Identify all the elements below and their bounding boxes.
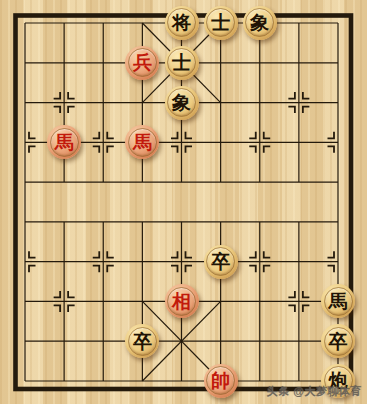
red-soldier-glyph: 兵 [133,53,152,72]
black-elephant-glyph: 象 [172,93,191,112]
piece-black-advisor[interactable]: 士 [165,46,199,80]
black-horse-glyph: 馬 [329,292,348,311]
black-elephant-glyph: 象 [250,13,269,32]
black-general-glyph: 将 [172,13,191,32]
red-horse-glyph: 馬 [133,133,152,152]
watermark-text: 头条 @大梦聊体育 [267,384,362,399]
black-soldier-glyph: 卒 [133,332,152,351]
piece-black-advisor[interactable]: 士 [204,6,238,40]
piece-black-elephant[interactable]: 象 [165,86,199,120]
red-general-glyph: 帥 [211,371,230,390]
piece-black-soldier[interactable]: 卒 [321,324,355,358]
black-advisor-glyph: 士 [211,13,230,32]
piece-black-soldier[interactable]: 卒 [204,245,238,279]
piece-red-general[interactable]: 帥 [204,364,238,398]
piece-red-horse[interactable]: 馬 [125,125,159,159]
piece-black-horse[interactable]: 馬 [321,284,355,318]
piece-red-horse[interactable]: 馬 [47,125,81,159]
piece-black-elephant[interactable]: 象 [243,6,277,40]
black-soldier-glyph: 卒 [211,252,230,271]
piece-grid: 将士象士象卒馬卒卒炮兵馬馬相帥 [5,3,357,401]
piece-red-soldier[interactable]: 兵 [125,46,159,80]
piece-black-soldier[interactable]: 卒 [125,324,159,358]
black-soldier-glyph: 卒 [329,332,348,351]
piece-red-elephant[interactable]: 相 [165,284,199,318]
red-horse-glyph: 馬 [55,133,74,152]
piece-black-general[interactable]: 将 [165,6,199,40]
red-elephant-glyph: 相 [172,292,191,311]
black-advisor-glyph: 士 [172,53,191,72]
xiangqi-board: 将士象士象卒馬卒卒炮兵馬馬相帥 头条 @大梦聊体育 [0,0,367,404]
